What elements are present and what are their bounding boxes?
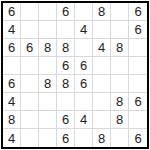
cell-r7c6[interactable] (93, 111, 111, 129)
cell-r8c2[interactable] (21, 129, 39, 147)
cell-r5c7[interactable] (111, 75, 129, 93)
cell-r5c8[interactable] (129, 75, 147, 93)
cell-r1c3[interactable] (39, 3, 57, 21)
cell-r1c6[interactable]: 8 (93, 3, 111, 21)
cell-r7c3[interactable] (39, 111, 57, 129)
cell-r5c1[interactable]: 6 (3, 75, 21, 93)
cell-r7c4[interactable]: 6 (57, 111, 75, 129)
cell-r6c3[interactable] (39, 93, 57, 111)
cell-r3c6[interactable]: 4 (93, 39, 111, 57)
cell-r8c4[interactable]: 6 (57, 129, 75, 147)
cell-r1c1[interactable]: 6 (3, 3, 21, 21)
cell-r2c1[interactable]: 4 (3, 21, 21, 39)
cell-r8c7[interactable] (111, 129, 129, 147)
cell-r1c4[interactable]: 6 (57, 3, 75, 21)
cell-r8c6[interactable]: 8 (93, 129, 111, 147)
cell-r3c5[interactable] (75, 39, 93, 57)
cell-r2c2[interactable] (21, 21, 39, 39)
sudoku-board: 668644666884866688648686484686 (1, 1, 149, 149)
cell-r1c7[interactable] (111, 3, 129, 21)
cell-r6c7[interactable]: 8 (111, 93, 129, 111)
cell-r5c6[interactable] (93, 75, 111, 93)
cell-r4c3[interactable] (39, 57, 57, 75)
cell-r5c3[interactable]: 8 (39, 75, 57, 93)
cell-r2c3[interactable] (39, 21, 57, 39)
cell-r3c3[interactable]: 8 (39, 39, 57, 57)
cell-r4c1[interactable] (3, 57, 21, 75)
cell-r4c4[interactable]: 6 (57, 57, 75, 75)
cell-r7c5[interactable]: 4 (75, 111, 93, 129)
cell-r4c5[interactable]: 6 (75, 57, 93, 75)
cell-r1c5[interactable] (75, 3, 93, 21)
cell-r6c4[interactable] (57, 93, 75, 111)
cell-r4c6[interactable] (93, 57, 111, 75)
cell-r3c4[interactable]: 8 (57, 39, 75, 57)
cell-r2c8[interactable]: 6 (129, 21, 147, 39)
cell-r2c4[interactable] (57, 21, 75, 39)
cell-r3c8[interactable] (129, 39, 147, 57)
cell-r6c5[interactable] (75, 93, 93, 111)
cell-r7c8[interactable] (129, 111, 147, 129)
cell-r7c1[interactable]: 8 (3, 111, 21, 129)
cell-r6c1[interactable]: 4 (3, 93, 21, 111)
cell-r8c3[interactable] (39, 129, 57, 147)
cell-r6c2[interactable] (21, 93, 39, 111)
cell-r8c8[interactable]: 6 (129, 129, 147, 147)
cell-r3c2[interactable]: 6 (21, 39, 39, 57)
cell-r6c8[interactable]: 6 (129, 93, 147, 111)
cell-r5c2[interactable] (21, 75, 39, 93)
cell-r4c8[interactable] (129, 57, 147, 75)
cell-r1c2[interactable] (21, 3, 39, 21)
cell-r6c6[interactable] (93, 93, 111, 111)
puzzle-page: 668644666884866688648686484686 (0, 0, 150, 150)
cell-r3c1[interactable]: 6 (3, 39, 21, 57)
cell-r1c8[interactable]: 6 (129, 3, 147, 21)
cell-r7c2[interactable] (21, 111, 39, 129)
cell-r2c6[interactable] (93, 21, 111, 39)
cell-r2c5[interactable]: 4 (75, 21, 93, 39)
cell-r5c5[interactable]: 6 (75, 75, 93, 93)
cell-r8c5[interactable] (75, 129, 93, 147)
cell-r7c7[interactable]: 8 (111, 111, 129, 129)
cell-r8c1[interactable]: 4 (3, 129, 21, 147)
cell-r2c7[interactable] (111, 21, 129, 39)
cell-r5c4[interactable]: 8 (57, 75, 75, 93)
cell-r4c2[interactable] (21, 57, 39, 75)
cell-r4c7[interactable] (111, 57, 129, 75)
cell-r3c7[interactable]: 8 (111, 39, 129, 57)
